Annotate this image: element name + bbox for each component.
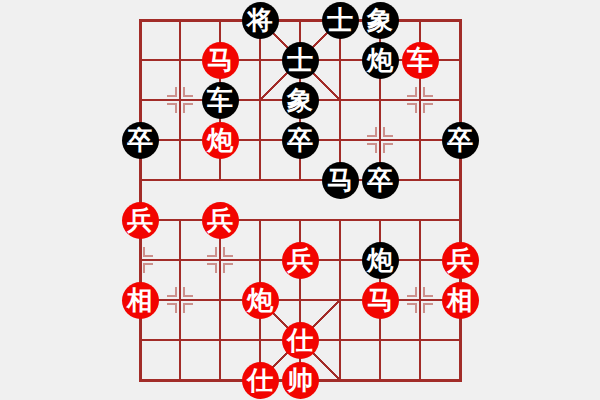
piece-red-soldier-3[interactable]: 兵 bbox=[282, 242, 319, 279]
piece-red-general[interactable]: 帅 bbox=[282, 362, 319, 399]
piece-black-cannon-1[interactable]: 炮 bbox=[362, 42, 399, 79]
piece-red-horse-1[interactable]: 马 bbox=[202, 42, 239, 79]
piece-black-soldier-2[interactable]: 卒 bbox=[282, 122, 319, 159]
piece-black-horse[interactable]: 马 bbox=[322, 162, 359, 199]
xiangqi-board: 将士象马士炮车车象卒炮卒卒马卒兵兵兵炮兵相炮马相仕仕帅 bbox=[0, 0, 600, 400]
piece-black-soldier-1[interactable]: 卒 bbox=[122, 122, 159, 159]
piece-red-soldier-1[interactable]: 兵 bbox=[122, 202, 159, 239]
piece-black-advisor-2[interactable]: 士 bbox=[282, 42, 319, 79]
piece-red-horse-2[interactable]: 马 bbox=[362, 282, 399, 319]
piece-black-general[interactable]: 将 bbox=[242, 2, 279, 39]
piece-red-elephant-1[interactable]: 相 bbox=[122, 282, 159, 319]
piece-red-cannon-2[interactable]: 炮 bbox=[242, 282, 279, 319]
piece-red-chariot[interactable]: 车 bbox=[402, 42, 439, 79]
piece-black-chariot[interactable]: 车 bbox=[202, 82, 239, 119]
piece-black-elephant-2[interactable]: 象 bbox=[282, 82, 319, 119]
piece-black-advisor-1[interactable]: 士 bbox=[322, 2, 359, 39]
piece-black-elephant-1[interactable]: 象 bbox=[362, 2, 399, 39]
xiangqi-app: 将士象马士炮车车象卒炮卒卒马卒兵兵兵炮兵相炮马相仕仕帅 bbox=[0, 0, 600, 400]
piece-red-soldier-2[interactable]: 兵 bbox=[202, 202, 239, 239]
piece-red-elephant-2[interactable]: 相 bbox=[442, 282, 479, 319]
piece-black-soldier-3[interactable]: 卒 bbox=[442, 122, 479, 159]
piece-black-soldier-4[interactable]: 卒 bbox=[362, 162, 399, 199]
piece-black-cannon-2[interactable]: 炮 bbox=[362, 242, 399, 279]
piece-red-advisor-2[interactable]: 仕 bbox=[242, 362, 279, 399]
piece-red-cannon-1[interactable]: 炮 bbox=[202, 122, 239, 159]
piece-red-advisor-1[interactable]: 仕 bbox=[282, 322, 319, 359]
piece-red-soldier-4[interactable]: 兵 bbox=[442, 242, 479, 279]
